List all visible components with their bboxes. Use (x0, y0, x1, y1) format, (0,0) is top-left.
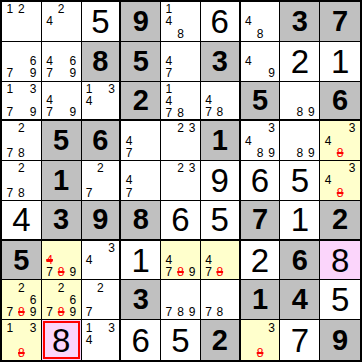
pencilmarks: 479 (42, 82, 81, 120)
cell-r2c2[interactable]: 4679 (42, 42, 82, 82)
cell-r1c5[interactable]: 148 (161, 2, 201, 42)
cell-r7c7[interactable]: 2 (241, 241, 281, 281)
candidate: 7 (44, 67, 56, 79)
candidate: 3 (346, 162, 358, 174)
eliminated-candidate: 4 (44, 254, 56, 266)
candidate: 4 (322, 135, 334, 147)
cell-r3c9[interactable]: 6 (320, 82, 360, 122)
candidate: 9 (306, 147, 318, 159)
pencilmarks: 134 (82, 82, 120, 120)
pencilmarks: 7948 (42, 241, 81, 280)
given-digit: 5 (53, 126, 69, 155)
candidate: 7 (4, 147, 16, 159)
cell-r9c3[interactable]: 134 (82, 320, 122, 360)
candidate: 7 (84, 187, 95, 199)
candidate: 7 (163, 306, 175, 318)
cell-r1c8[interactable]: 3 (280, 2, 320, 42)
cell-r6c1[interactable]: 4 (2, 201, 42, 241)
cell-r1c3[interactable]: 5 (82, 2, 122, 42)
cell-r4c2[interactable]: 5 (42, 121, 82, 161)
cell-r1c6[interactable]: 6 (201, 2, 241, 42)
pencilmarks: 23 (161, 161, 200, 200)
cell-r2c9[interactable]: 1 (320, 42, 360, 82)
given-digit: 1 (53, 166, 69, 195)
candidate: 2 (16, 281, 28, 293)
candidate: 9 (67, 67, 79, 79)
cell-r6c9[interactable]: 2 (320, 201, 360, 241)
pencilmarks: 1478 (161, 82, 200, 120)
cell-r3c6[interactable]: 478 (201, 82, 241, 122)
cell-r3c4[interactable]: 2 (121, 82, 161, 122)
pencilmarks: 679 (2, 42, 41, 81)
given-digit: 2 (133, 86, 149, 115)
given-digit: 7 (332, 7, 348, 36)
cell-r8c9[interactable]: 5 (320, 280, 360, 320)
cell-r5c7[interactable]: 6 (241, 161, 281, 201)
cell-r9c8[interactable]: 7 (280, 320, 320, 360)
cell-r6c8[interactable]: 1 (280, 201, 320, 241)
candidate: 1 (84, 321, 95, 334)
candidate: 8 (175, 107, 187, 119)
pencilmarks: 23 (161, 121, 200, 160)
candidate: 8 (175, 28, 187, 40)
candidate: 1 (84, 83, 95, 95)
candidate: 8 (175, 306, 187, 318)
candidate: 8 (294, 147, 306, 159)
candidate: 3 (106, 242, 117, 254)
cell-r8c2[interactable]: 26798 (42, 280, 82, 320)
solved-digit: 1 (132, 244, 150, 277)
candidate: 7 (203, 106, 214, 118)
candidate: 2 (175, 122, 187, 134)
candidate: 3 (27, 83, 39, 95)
pencilmarks: 12 (2, 2, 41, 41)
given-digit: 3 (212, 47, 228, 76)
solved-digit: 4 (12, 203, 30, 236)
candidate: 7 (203, 306, 214, 318)
cell-r3c7[interactable]: 5 (241, 82, 281, 122)
solved-digit: 2 (251, 244, 269, 277)
cell-r4c6[interactable]: 1 (201, 121, 241, 161)
candidate: 4 (123, 174, 135, 186)
cell-r7c1[interactable]: 5 (2, 241, 42, 281)
cell-r4c5[interactable]: 23 (161, 121, 201, 161)
cell-r8c7[interactable]: 1 (241, 280, 281, 320)
cell-r3c5[interactable]: 1478 (161, 82, 201, 122)
candidate: 8 (294, 106, 306, 118)
given-digit: 9 (332, 326, 348, 355)
candidate: 1 (4, 83, 16, 95)
cell-r8c8[interactable]: 4 (280, 280, 320, 320)
pencilmarks: 24 (42, 2, 81, 41)
candidate: 7 (4, 106, 16, 118)
pencilmarks: 49 (241, 42, 280, 81)
candidate: 1 (4, 3, 16, 15)
candidate: 4 (243, 15, 255, 27)
given-digit: 9 (133, 7, 149, 36)
cell-r3c3[interactable]: 134 (82, 82, 122, 122)
candidate: 2 (55, 3, 67, 15)
cell-r7c9[interactable]: 8 (320, 241, 360, 281)
pencilmarks: 148 (161, 2, 200, 41)
pencilmarks: 478 (201, 241, 239, 280)
candidate: 8 (254, 28, 266, 40)
cell-r6c7[interactable]: 7 (241, 201, 281, 241)
candidate: 2 (16, 122, 28, 134)
candidate: 8 (16, 187, 28, 199)
cell-r8c3[interactable]: 27 (82, 280, 122, 320)
candidate: 2 (16, 3, 28, 15)
candidate: 2 (175, 162, 187, 174)
pencilmarks: 34 (82, 241, 120, 280)
candidate: 7 (4, 306, 16, 318)
candidate: 9 (67, 266, 79, 278)
given-digit: 4 (292, 285, 308, 314)
given-digit: 6 (292, 246, 308, 275)
cell-r1c4[interactable]: 9 (121, 2, 161, 42)
cell-r2c4[interactable]: 5 (121, 42, 161, 82)
candidate: 1 (163, 83, 175, 95)
cell-r7c3[interactable]: 34 (82, 241, 122, 281)
sudoku-board: 1224591486483767946798547349211379479134… (0, 0, 362, 362)
candidate: 9 (306, 106, 318, 118)
given-digit: 1 (212, 126, 228, 155)
candidate: 4 (123, 135, 135, 147)
given-digit: 3 (292, 7, 308, 36)
candidate: 7 (84, 306, 95, 318)
candidate: 3 (27, 321, 39, 334)
cell-r8c1[interactable]: 26798 (2, 280, 42, 320)
candidate: 7 (4, 67, 16, 79)
solved-digit: 5 (291, 164, 309, 197)
pencilmarks: 278 (2, 121, 41, 160)
candidate: 4 (243, 55, 255, 67)
given-digit: 6 (332, 86, 348, 115)
given-digit: 9 (92, 205, 108, 234)
candidate: 7 (4, 187, 16, 199)
cell-r7c8[interactable]: 6 (280, 241, 320, 281)
cell-r2c1[interactable]: 679 (2, 42, 42, 82)
candidate: 4 (322, 174, 334, 186)
cell-r3c8[interactable]: 89 (280, 82, 320, 122)
solved-digit: 6 (211, 5, 229, 38)
cell-r4c8[interactable]: 89 (280, 121, 320, 161)
pencilmarks: 27 (82, 161, 120, 200)
eliminated-candidate: 8 (214, 266, 225, 278)
solved-digit: 1 (291, 203, 309, 236)
solved-digit: 5 (171, 324, 189, 357)
cell-r9c1[interactable]: 138 (2, 320, 42, 360)
cell-r9c4[interactable]: 6 (121, 320, 161, 360)
solved-digit: 1 (331, 45, 349, 78)
given-digit: 7 (252, 205, 268, 234)
candidate: 4 (84, 334, 95, 347)
candidate: 9 (266, 147, 278, 159)
pencilmarks: 278 (2, 161, 41, 200)
pencilmarks: 47 (161, 42, 200, 81)
eliminated-candidate: 8 (254, 346, 266, 359)
solved-digit: 8 (52, 324, 70, 357)
cell-r4c4[interactable]: 47 (121, 121, 161, 161)
eliminated-candidate: 8 (55, 266, 67, 278)
candidate: 7 (44, 266, 56, 278)
cell-r2c3[interactable]: 8 (82, 42, 122, 82)
cell-r2c6[interactable]: 3 (201, 42, 241, 82)
pencilmarks: 348 (320, 121, 360, 160)
candidate: 7 (163, 67, 175, 79)
pencilmarks: 348 (320, 161, 360, 200)
solved-digit: 8 (331, 244, 349, 277)
candidate: 9 (266, 67, 278, 79)
cell-r8c6[interactable]: 78 (201, 280, 241, 320)
cell-r1c7[interactable]: 48 (241, 2, 281, 42)
candidate: 7 (44, 106, 56, 118)
candidate: 3 (266, 122, 278, 134)
solved-digit: 5 (211, 203, 229, 236)
cell-r5c2[interactable]: 1 (42, 161, 82, 201)
candidate: 8 (214, 106, 225, 118)
cell-r6c5[interactable]: 6 (161, 201, 201, 241)
cell-r6c2[interactable]: 3 (42, 201, 82, 241)
given-digit: 5 (252, 86, 268, 115)
eliminated-candidate: 8 (334, 187, 346, 199)
solved-digit: 6 (132, 324, 150, 357)
pencilmarks: 789 (161, 280, 200, 319)
cell-r5c5[interactable]: 23 (161, 161, 201, 201)
cell-r4c1[interactable]: 278 (2, 121, 42, 161)
candidate: 8 (214, 306, 225, 318)
given-digit: 3 (133, 285, 149, 314)
cell-r5c8[interactable]: 5 (280, 161, 320, 201)
cell-r6c4[interactable]: 8 (121, 201, 161, 241)
cell-r9c7[interactable]: 38 (241, 320, 281, 360)
candidate: 9 (67, 306, 79, 318)
candidate: 4 (163, 15, 175, 27)
candidate: 2 (55, 281, 67, 293)
candidate: 7 (123, 147, 135, 159)
given-digit: 1 (252, 285, 268, 314)
pencilmarks: 138 (2, 320, 41, 360)
cell-r1c1[interactable]: 12 (2, 2, 42, 42)
solved-digit: 5 (91, 5, 109, 38)
cell-r2c8[interactable]: 2 (280, 42, 320, 82)
pencilmarks: 26798 (2, 280, 41, 319)
candidate: 2 (95, 281, 106, 293)
candidate: 2 (95, 162, 106, 174)
cell-r7c5[interactable]: 4798 (161, 241, 201, 281)
cell-r8c4[interactable]: 3 (121, 280, 161, 320)
candidate: 4 (243, 135, 255, 147)
cell-r5c1[interactable]: 278 (2, 161, 42, 201)
cell-r7c6[interactable]: 478 (201, 241, 241, 281)
candidate: 8 (254, 147, 266, 159)
pencilmarks: 89 (280, 121, 319, 160)
pencilmarks: 478 (201, 82, 239, 120)
candidate: 2 (16, 162, 28, 174)
solved-digit: 6 (171, 203, 189, 236)
eliminated-candidate: 8 (175, 266, 187, 278)
given-digit: 3 (53, 205, 69, 234)
candidate: 3 (106, 321, 117, 334)
eliminated-candidate: 8 (334, 147, 346, 159)
candidate: 9 (27, 67, 39, 79)
candidate: 4 (44, 15, 56, 27)
cell-r4c9[interactable]: 348 (320, 121, 360, 161)
candidate: 7 (44, 306, 56, 318)
pencilmarks: 48 (241, 2, 280, 41)
candidate: 9 (27, 106, 39, 118)
cell-r4c3[interactable]: 6 (82, 121, 122, 161)
cell-r5c9[interactable]: 348 (320, 161, 360, 201)
candidate: 9 (186, 306, 198, 318)
cell-r5c4[interactable]: 47 (121, 161, 161, 201)
candidate: 3 (186, 122, 198, 134)
given-digit: 2 (212, 326, 228, 355)
cell-r5c3[interactable]: 27 (82, 161, 122, 201)
candidate: 3 (186, 162, 198, 174)
candidate: 9 (27, 306, 39, 318)
cell-r9c5[interactable]: 5 (161, 320, 201, 360)
cell-r7c4[interactable]: 1 (121, 241, 161, 281)
given-digit: 6 (92, 126, 108, 155)
cell-r3c1[interactable]: 1379 (2, 82, 42, 122)
given-digit: 8 (92, 47, 108, 76)
cell-r2c5[interactable]: 47 (161, 42, 201, 82)
cell-r8c5[interactable]: 789 (161, 280, 201, 320)
cell-r2c7[interactable]: 49 (241, 42, 281, 82)
given-digit: 8 (133, 205, 149, 234)
cell-r9c9[interactable]: 9 (320, 320, 360, 360)
pencilmarks: 47 (121, 161, 160, 200)
given-digit: 5 (133, 47, 149, 76)
cell-r6c6[interactable]: 5 (201, 201, 241, 241)
pencilmarks: 78 (201, 280, 239, 319)
solved-digit: 7 (291, 324, 309, 357)
cell-r9c6[interactable]: 2 (201, 320, 241, 360)
candidate: 7 (203, 266, 214, 278)
given-digit: 2 (332, 205, 348, 234)
solved-digit: 2 (291, 45, 309, 78)
solved-digit: 9 (211, 164, 229, 197)
candidate: 7 (163, 107, 175, 119)
given-digit: 5 (13, 246, 29, 275)
cell-r4c7[interactable]: 3489 (241, 121, 281, 161)
pencilmarks: 27 (82, 280, 120, 319)
eliminated-candidate: 8 (55, 306, 67, 318)
eliminated-candidate: 8 (16, 346, 28, 359)
candidate: 3 (346, 122, 358, 134)
cell-r5c6[interactable]: 9 (201, 161, 241, 201)
pencilmarks: 3489 (241, 121, 280, 160)
pencilmarks: 134 (82, 320, 120, 360)
cell-r1c2[interactable]: 24 (42, 2, 82, 42)
pencilmarks: 38 (241, 320, 280, 360)
pencilmarks: 4798 (161, 241, 200, 280)
pencilmarks: 89 (280, 82, 319, 120)
candidate: 7 (163, 266, 175, 278)
pencilmarks: 4679 (42, 42, 81, 81)
pencilmarks: 26798 (42, 280, 81, 319)
candidate: 9 (186, 266, 198, 278)
candidate: 3 (266, 321, 278, 334)
solved-digit: 6 (251, 164, 269, 197)
candidate: 1 (4, 321, 16, 334)
candidate: 7 (123, 187, 135, 199)
cell-r1c9[interactable]: 7 (320, 2, 360, 42)
cell-r7c2[interactable]: 7948 (42, 241, 82, 281)
cell-r6c3[interactable]: 9 (82, 201, 122, 241)
cell-r9c2[interactable]: 8 (42, 320, 82, 360)
candidate: 8 (16, 147, 28, 159)
candidate: 3 (106, 83, 117, 95)
pencilmarks: 1379 (2, 82, 41, 120)
candidate: 4 (84, 254, 95, 266)
pencilmarks: 47 (121, 121, 160, 160)
eliminated-candidate: 8 (16, 306, 28, 318)
candidate: 4 (84, 95, 95, 107)
candidate: 4 (163, 95, 175, 107)
candidate: 9 (67, 106, 79, 118)
solved-digit: 5 (331, 283, 349, 316)
cell-r3c2[interactable]: 479 (42, 82, 82, 122)
